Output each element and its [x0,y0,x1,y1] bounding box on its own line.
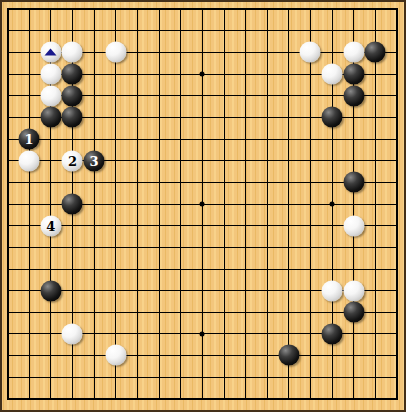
intersection-B2[interactable] [18,366,40,388]
intersection-J10[interactable] [170,193,192,215]
intersection-L5[interactable] [213,301,235,323]
intersection-G8[interactable] [127,236,149,258]
intersection-H1[interactable] [148,388,170,410]
intersection-J11[interactable] [170,172,192,194]
intersection-E8[interactable] [83,236,105,258]
intersection-J9[interactable] [170,215,192,237]
black-stone-C14[interactable] [40,107,61,128]
intersection-J12[interactable] [170,150,192,172]
intersection-N4[interactable] [256,323,278,345]
intersection-A18[interactable] [0,20,18,42]
intersection-N16[interactable] [256,63,278,85]
intersection-B7[interactable] [18,258,40,280]
intersection-K10[interactable] [191,193,213,215]
intersection-D18[interactable] [62,20,84,42]
intersection-D1[interactable] [62,388,84,410]
intersection-O1[interactable] [278,388,300,410]
intersection-T17[interactable] [386,42,406,64]
intersection-B6[interactable] [18,280,40,302]
intersection-D17[interactable] [62,42,84,64]
intersection-F12[interactable] [105,150,127,172]
intersection-L1[interactable] [213,388,235,410]
white-stone-D17[interactable] [62,42,83,63]
intersection-S13[interactable] [365,128,387,150]
intersection-K4[interactable] [191,323,213,345]
intersection-G19[interactable] [127,0,149,20]
intersection-J18[interactable] [170,20,192,42]
white-stone-R6[interactable] [343,280,364,301]
intersection-N2[interactable] [256,366,278,388]
intersection-S10[interactable] [365,193,387,215]
intersection-K8[interactable] [191,236,213,258]
intersection-L11[interactable] [213,172,235,194]
intersection-O9[interactable] [278,215,300,237]
intersection-B15[interactable] [18,85,40,107]
intersection-K14[interactable] [191,107,213,129]
intersection-O4[interactable] [278,323,300,345]
intersection-M10[interactable] [235,193,257,215]
intersection-C7[interactable] [40,258,62,280]
intersection-A9[interactable] [0,215,18,237]
intersection-K18[interactable] [191,20,213,42]
intersection-K16[interactable] [191,63,213,85]
intersection-E14[interactable] [83,107,105,129]
intersection-S17[interactable] [365,42,387,64]
intersection-D19[interactable] [62,0,84,20]
intersection-L4[interactable] [213,323,235,345]
intersection-F9[interactable] [105,215,127,237]
intersection-H5[interactable] [148,301,170,323]
intersection-F18[interactable] [105,20,127,42]
intersection-O14[interactable] [278,107,300,129]
intersection-Q6[interactable] [321,280,343,302]
intersection-K11[interactable] [191,172,213,194]
intersection-G9[interactable] [127,215,149,237]
intersection-M11[interactable] [235,172,257,194]
intersection-O10[interactable] [278,193,300,215]
intersection-P15[interactable] [300,85,322,107]
intersection-C13[interactable] [40,128,62,150]
intersection-P12[interactable] [300,150,322,172]
intersection-K2[interactable] [191,366,213,388]
intersection-E7[interactable] [83,258,105,280]
intersection-C10[interactable] [40,193,62,215]
intersection-S7[interactable] [365,258,387,280]
intersection-R7[interactable] [343,258,365,280]
intersection-L3[interactable] [213,345,235,367]
white-stone-Q16[interactable] [322,64,343,85]
intersection-E16[interactable] [83,63,105,85]
black-stone-Q14[interactable] [322,107,343,128]
intersection-F10[interactable] [105,193,127,215]
intersection-E1[interactable] [83,388,105,410]
intersection-E10[interactable] [83,193,105,215]
intersection-O7[interactable] [278,258,300,280]
intersection-M7[interactable] [235,258,257,280]
intersection-E17[interactable] [83,42,105,64]
intersection-G16[interactable] [127,63,149,85]
intersection-E19[interactable] [83,0,105,20]
intersection-F5[interactable] [105,301,127,323]
intersection-J3[interactable] [170,345,192,367]
intersection-K1[interactable] [191,388,213,410]
intersection-T16[interactable] [386,63,406,85]
intersection-P5[interactable] [300,301,322,323]
intersection-H15[interactable] [148,85,170,107]
intersection-G4[interactable] [127,323,149,345]
intersection-T9[interactable] [386,215,406,237]
intersection-F1[interactable] [105,388,127,410]
white-stone-C15[interactable] [40,85,61,106]
intersection-C3[interactable] [40,345,62,367]
intersection-S16[interactable] [365,63,387,85]
intersection-T6[interactable] [386,280,406,302]
intersection-L17[interactable] [213,42,235,64]
intersection-D13[interactable] [62,128,84,150]
intersection-C4[interactable] [40,323,62,345]
intersection-J5[interactable] [170,301,192,323]
intersection-D7[interactable] [62,258,84,280]
intersection-M6[interactable] [235,280,257,302]
intersection-G6[interactable] [127,280,149,302]
intersection-A5[interactable] [0,301,18,323]
intersection-M8[interactable] [235,236,257,258]
intersection-M3[interactable] [235,345,257,367]
intersection-L7[interactable] [213,258,235,280]
intersection-H8[interactable] [148,236,170,258]
intersection-M2[interactable] [235,366,257,388]
intersection-G14[interactable] [127,107,149,129]
intersection-L9[interactable] [213,215,235,237]
intersection-C6[interactable] [40,280,62,302]
intersection-Q1[interactable] [321,388,343,410]
intersection-A10[interactable] [0,193,18,215]
intersection-A17[interactable] [0,42,18,64]
intersection-B1[interactable] [18,388,40,410]
intersection-S14[interactable] [365,107,387,129]
intersection-N14[interactable] [256,107,278,129]
intersection-S4[interactable] [365,323,387,345]
intersection-M9[interactable] [235,215,257,237]
intersection-G3[interactable] [127,345,149,367]
white-stone-P17[interactable] [300,42,321,63]
intersection-A15[interactable] [0,85,18,107]
intersection-C2[interactable] [40,366,62,388]
intersection-R8[interactable] [343,236,365,258]
intersection-N18[interactable] [256,20,278,42]
intersection-O15[interactable] [278,85,300,107]
white-stone-D4[interactable] [62,323,83,344]
intersection-M1[interactable] [235,388,257,410]
intersection-O2[interactable] [278,366,300,388]
intersection-T7[interactable] [386,258,406,280]
intersection-A11[interactable] [0,172,18,194]
intersection-N13[interactable] [256,128,278,150]
intersection-A14[interactable] [0,107,18,129]
intersection-B12[interactable] [18,150,40,172]
intersection-P16[interactable] [300,63,322,85]
intersection-Q12[interactable] [321,150,343,172]
intersection-A12[interactable] [0,150,18,172]
intersection-Q3[interactable] [321,345,343,367]
intersection-C15[interactable] [40,85,62,107]
intersection-K13[interactable] [191,128,213,150]
intersection-K19[interactable] [191,0,213,20]
black-stone-O3[interactable] [278,345,299,366]
intersection-H6[interactable] [148,280,170,302]
intersection-M13[interactable] [235,128,257,150]
intersection-N8[interactable] [256,236,278,258]
black-stone-D10[interactable] [62,193,83,214]
intersection-B11[interactable] [18,172,40,194]
intersection-H17[interactable] [148,42,170,64]
intersection-K17[interactable] [191,42,213,64]
intersection-M19[interactable] [235,0,257,20]
intersection-F14[interactable] [105,107,127,129]
white-stone-C9[interactable]: 4 [40,215,61,236]
intersection-D2[interactable] [62,366,84,388]
intersection-J7[interactable] [170,258,192,280]
intersection-Q18[interactable] [321,20,343,42]
intersection-T10[interactable] [386,193,406,215]
intersection-S12[interactable] [365,150,387,172]
intersection-D16[interactable] [62,63,84,85]
intersection-S18[interactable] [365,20,387,42]
intersection-R17[interactable] [343,42,365,64]
intersection-R9[interactable] [343,215,365,237]
intersection-Q17[interactable] [321,42,343,64]
intersection-O18[interactable] [278,20,300,42]
intersection-K7[interactable] [191,258,213,280]
black-stone-D15[interactable] [62,85,83,106]
intersection-Q10[interactable] [321,193,343,215]
intersection-R19[interactable] [343,0,365,20]
intersection-A8[interactable] [0,236,18,258]
intersection-L8[interactable] [213,236,235,258]
intersection-S8[interactable] [365,236,387,258]
intersection-K9[interactable] [191,215,213,237]
intersection-T19[interactable] [386,0,406,20]
intersection-C9[interactable]: 4 [40,215,62,237]
intersection-D15[interactable] [62,85,84,107]
intersection-P14[interactable] [300,107,322,129]
intersection-Q13[interactable] [321,128,343,150]
intersection-P4[interactable] [300,323,322,345]
intersection-Q7[interactable] [321,258,343,280]
intersection-R3[interactable] [343,345,365,367]
intersection-B4[interactable] [18,323,40,345]
intersection-L14[interactable] [213,107,235,129]
black-stone-R15[interactable] [343,85,364,106]
intersection-G18[interactable] [127,20,149,42]
intersection-E4[interactable] [83,323,105,345]
intersection-H16[interactable] [148,63,170,85]
intersection-F13[interactable] [105,128,127,150]
intersection-L2[interactable] [213,366,235,388]
black-stone-E12[interactable]: 3 [84,150,105,171]
intersection-D12[interactable]: 2 [62,150,84,172]
black-stone-R5[interactable] [343,302,364,323]
intersection-B3[interactable] [18,345,40,367]
intersection-N1[interactable] [256,388,278,410]
intersection-O8[interactable] [278,236,300,258]
intersection-A19[interactable] [0,0,18,20]
white-stone-D12[interactable]: 2 [62,150,83,171]
intersection-C1[interactable] [40,388,62,410]
black-stone-R16[interactable] [343,64,364,85]
intersection-P10[interactable] [300,193,322,215]
intersection-N19[interactable] [256,0,278,20]
intersection-H9[interactable] [148,215,170,237]
intersection-M17[interactable] [235,42,257,64]
intersection-J13[interactable] [170,128,192,150]
intersection-T18[interactable] [386,20,406,42]
intersection-C12[interactable] [40,150,62,172]
intersection-D5[interactable] [62,301,84,323]
intersection-C14[interactable] [40,107,62,129]
intersection-S5[interactable] [365,301,387,323]
intersection-M18[interactable] [235,20,257,42]
intersection-Q11[interactable] [321,172,343,194]
intersection-T2[interactable] [386,366,406,388]
intersection-O11[interactable] [278,172,300,194]
intersection-Q2[interactable] [321,366,343,388]
intersection-B17[interactable] [18,42,40,64]
intersection-D11[interactable] [62,172,84,194]
intersection-A2[interactable] [0,366,18,388]
intersection-P13[interactable] [300,128,322,150]
intersection-B5[interactable] [18,301,40,323]
intersection-F6[interactable] [105,280,127,302]
intersection-K5[interactable] [191,301,213,323]
intersection-N7[interactable] [256,258,278,280]
intersection-R11[interactable] [343,172,365,194]
intersection-C19[interactable] [40,0,62,20]
intersection-E2[interactable] [83,366,105,388]
intersection-R6[interactable] [343,280,365,302]
intersection-G5[interactable] [127,301,149,323]
intersection-T4[interactable] [386,323,406,345]
intersection-E15[interactable] [83,85,105,107]
white-stone-C17[interactable] [40,42,61,63]
intersection-C18[interactable] [40,20,62,42]
intersection-G15[interactable] [127,85,149,107]
intersection-Q15[interactable] [321,85,343,107]
intersection-J14[interactable] [170,107,192,129]
intersection-L10[interactable] [213,193,235,215]
intersection-T8[interactable] [386,236,406,258]
intersection-R16[interactable] [343,63,365,85]
intersection-M4[interactable] [235,323,257,345]
white-stone-B12[interactable] [19,150,40,171]
intersection-Q8[interactable] [321,236,343,258]
intersection-E9[interactable] [83,215,105,237]
intersection-K15[interactable] [191,85,213,107]
intersection-F8[interactable] [105,236,127,258]
intersection-D10[interactable] [62,193,84,215]
intersection-E13[interactable] [83,128,105,150]
intersection-B16[interactable] [18,63,40,85]
intersection-P1[interactable] [300,388,322,410]
intersection-B9[interactable] [18,215,40,237]
black-stone-D14[interactable] [62,107,83,128]
intersection-G12[interactable] [127,150,149,172]
intersection-C16[interactable] [40,63,62,85]
intersection-B13[interactable]: 1 [18,128,40,150]
intersection-O5[interactable] [278,301,300,323]
intersection-H2[interactable] [148,366,170,388]
intersection-T1[interactable] [386,388,406,410]
intersection-F19[interactable] [105,0,127,20]
intersection-E3[interactable] [83,345,105,367]
intersection-O12[interactable] [278,150,300,172]
intersection-P8[interactable] [300,236,322,258]
go-board[interactable]: 1234 [0,0,406,412]
intersection-J2[interactable] [170,366,192,388]
intersection-A13[interactable] [0,128,18,150]
intersection-C17[interactable] [40,42,62,64]
intersection-F16[interactable] [105,63,127,85]
black-stone-C6[interactable] [40,280,61,301]
intersection-R12[interactable] [343,150,365,172]
intersection-A3[interactable] [0,345,18,367]
intersection-N6[interactable] [256,280,278,302]
intersection-N9[interactable] [256,215,278,237]
intersection-E5[interactable] [83,301,105,323]
intersection-G17[interactable] [127,42,149,64]
intersection-C8[interactable] [40,236,62,258]
intersection-D6[interactable] [62,280,84,302]
intersection-R18[interactable] [343,20,365,42]
intersection-P7[interactable] [300,258,322,280]
intersection-L18[interactable] [213,20,235,42]
intersection-O6[interactable] [278,280,300,302]
intersection-Q4[interactable] [321,323,343,345]
intersection-M14[interactable] [235,107,257,129]
intersection-R2[interactable] [343,366,365,388]
intersection-N10[interactable] [256,193,278,215]
intersection-M16[interactable] [235,63,257,85]
intersection-P18[interactable] [300,20,322,42]
intersection-E11[interactable] [83,172,105,194]
intersection-E6[interactable] [83,280,105,302]
white-stone-F17[interactable] [105,42,126,63]
intersection-S11[interactable] [365,172,387,194]
intersection-L12[interactable] [213,150,235,172]
intersection-C11[interactable] [40,172,62,194]
intersection-H12[interactable] [148,150,170,172]
intersection-H4[interactable] [148,323,170,345]
intersection-D8[interactable] [62,236,84,258]
white-stone-R9[interactable] [343,215,364,236]
intersection-Q5[interactable] [321,301,343,323]
intersection-T5[interactable] [386,301,406,323]
intersection-T13[interactable] [386,128,406,150]
intersection-A6[interactable] [0,280,18,302]
intersection-L6[interactable] [213,280,235,302]
intersection-H10[interactable] [148,193,170,215]
black-stone-Q4[interactable] [322,323,343,344]
white-stone-C16[interactable] [40,64,61,85]
intersection-B19[interactable] [18,0,40,20]
intersection-B8[interactable] [18,236,40,258]
intersection-O19[interactable] [278,0,300,20]
intersection-N5[interactable] [256,301,278,323]
intersection-N15[interactable] [256,85,278,107]
intersection-S1[interactable] [365,388,387,410]
intersection-J16[interactable] [170,63,192,85]
intersection-F2[interactable] [105,366,127,388]
